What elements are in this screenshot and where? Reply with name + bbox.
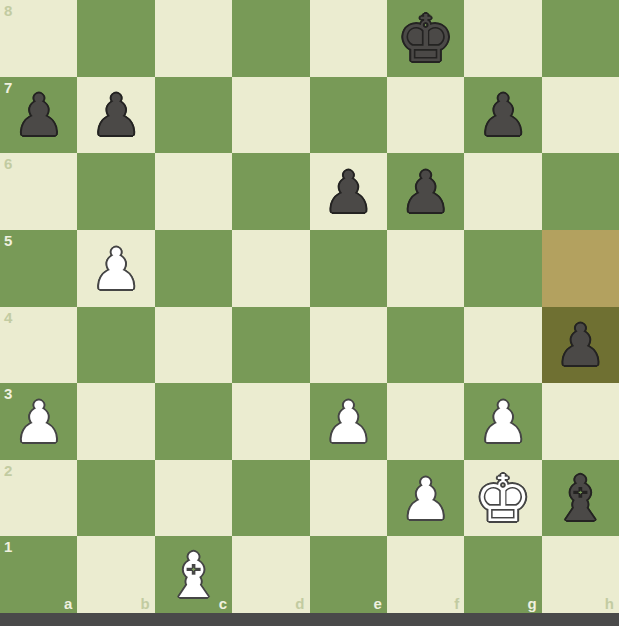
square-g6[interactable] [464, 153, 541, 230]
file-label-e: e [374, 596, 382, 611]
black-pawn[interactable]: ♟ [400, 164, 451, 221]
square-b1[interactable]: b [77, 536, 154, 613]
square-g1[interactable]: g [464, 536, 541, 613]
square-f8[interactable]: ♚ [387, 0, 464, 77]
file-label-b: b [141, 596, 150, 611]
black-pawn[interactable]: ♟ [477, 87, 528, 144]
square-g8[interactable] [464, 0, 541, 77]
square-f7[interactable] [387, 77, 464, 154]
square-d8[interactable] [232, 0, 309, 77]
rank-label-8: 8 [4, 3, 12, 18]
square-a8[interactable]: 8 [0, 0, 77, 77]
square-c4[interactable] [155, 307, 232, 384]
square-b8[interactable] [77, 0, 154, 77]
white-pawn[interactable]: ♟ [91, 241, 142, 298]
square-b6[interactable] [77, 153, 154, 230]
black-pawn[interactable]: ♟ [13, 87, 64, 144]
black-pawn[interactable]: ♟ [555, 317, 606, 374]
bottom-bar [0, 613, 619, 626]
square-d6[interactable] [232, 153, 309, 230]
square-c7[interactable] [155, 77, 232, 154]
square-f2[interactable]: ♟ [387, 460, 464, 537]
square-d1[interactable]: d [232, 536, 309, 613]
square-c3[interactable] [155, 383, 232, 460]
square-a6[interactable]: 6 [0, 153, 77, 230]
square-d2[interactable] [232, 460, 309, 537]
file-label-f: f [454, 596, 459, 611]
square-f1[interactable]: f [387, 536, 464, 613]
rank-label-6: 6 [4, 156, 12, 171]
white-king[interactable]: ♚ [474, 467, 531, 531]
file-label-d: d [295, 596, 304, 611]
square-d5[interactable] [232, 230, 309, 307]
square-h7[interactable] [542, 77, 619, 154]
rank-label-3: 3 [4, 386, 12, 401]
square-h5[interactable] [542, 230, 619, 307]
white-pawn[interactable]: ♟ [400, 471, 451, 528]
square-g2[interactable]: ♚ [464, 460, 541, 537]
square-g5[interactable] [464, 230, 541, 307]
black-pawn[interactable]: ♟ [91, 87, 142, 144]
square-b7[interactable]: ♟ [77, 77, 154, 154]
square-c8[interactable] [155, 0, 232, 77]
square-a7[interactable]: 7♟ [0, 77, 77, 154]
square-d4[interactable] [232, 307, 309, 384]
square-b5[interactable]: ♟ [77, 230, 154, 307]
square-e8[interactable] [310, 0, 387, 77]
white-pawn[interactable]: ♟ [13, 394, 64, 451]
square-e5[interactable] [310, 230, 387, 307]
square-e7[interactable] [310, 77, 387, 154]
rank-label-5: 5 [4, 233, 12, 248]
black-king[interactable]: ♚ [397, 7, 454, 71]
file-label-h: h [605, 596, 614, 611]
square-b2[interactable] [77, 460, 154, 537]
square-c2[interactable] [155, 460, 232, 537]
square-c6[interactable] [155, 153, 232, 230]
white-pawn[interactable]: ♟ [477, 394, 528, 451]
square-f5[interactable] [387, 230, 464, 307]
square-h8[interactable] [542, 0, 619, 77]
square-h3[interactable] [542, 383, 619, 460]
square-e4[interactable] [310, 307, 387, 384]
black-bishop[interactable]: ♝ [553, 468, 609, 530]
square-f3[interactable] [387, 383, 464, 460]
square-e2[interactable] [310, 460, 387, 537]
white-pawn[interactable]: ♟ [323, 394, 374, 451]
square-e6[interactable]: ♟ [310, 153, 387, 230]
square-a2[interactable]: 2 [0, 460, 77, 537]
square-e1[interactable]: e [310, 536, 387, 613]
square-a3[interactable]: 3♟ [0, 383, 77, 460]
rank-label-7: 7 [4, 80, 12, 95]
square-h6[interactable] [542, 153, 619, 230]
square-h2[interactable]: ♝ [542, 460, 619, 537]
square-d3[interactable] [232, 383, 309, 460]
square-b3[interactable] [77, 383, 154, 460]
chess-board: 8♚7♟♟♟6♟♟5♟4♟3♟♟♟2♟♚♝1abc♝defgh [0, 0, 619, 613]
square-d7[interactable] [232, 77, 309, 154]
square-h1[interactable]: h [542, 536, 619, 613]
square-f4[interactable] [387, 307, 464, 384]
square-c1[interactable]: c♝ [155, 536, 232, 613]
file-label-g: g [527, 596, 536, 611]
rank-label-4: 4 [4, 310, 12, 325]
rank-label-2: 2 [4, 463, 12, 478]
black-pawn[interactable]: ♟ [323, 164, 374, 221]
square-a5[interactable]: 5 [0, 230, 77, 307]
square-c5[interactable] [155, 230, 232, 307]
rank-label-1: 1 [4, 539, 12, 554]
square-e3[interactable]: ♟ [310, 383, 387, 460]
square-g3[interactable]: ♟ [464, 383, 541, 460]
square-g4[interactable] [464, 307, 541, 384]
square-a1[interactable]: 1a [0, 536, 77, 613]
square-b4[interactable] [77, 307, 154, 384]
square-a4[interactable]: 4 [0, 307, 77, 384]
white-bishop[interactable]: ♝ [166, 545, 222, 607]
square-g7[interactable]: ♟ [464, 77, 541, 154]
square-f6[interactable]: ♟ [387, 153, 464, 230]
file-label-a: a [64, 596, 72, 611]
chess-app-window: 8♚7♟♟♟6♟♟5♟4♟3♟♟♟2♟♚♝1abc♝defgh [0, 0, 619, 626]
square-h4[interactable]: ♟ [542, 307, 619, 384]
